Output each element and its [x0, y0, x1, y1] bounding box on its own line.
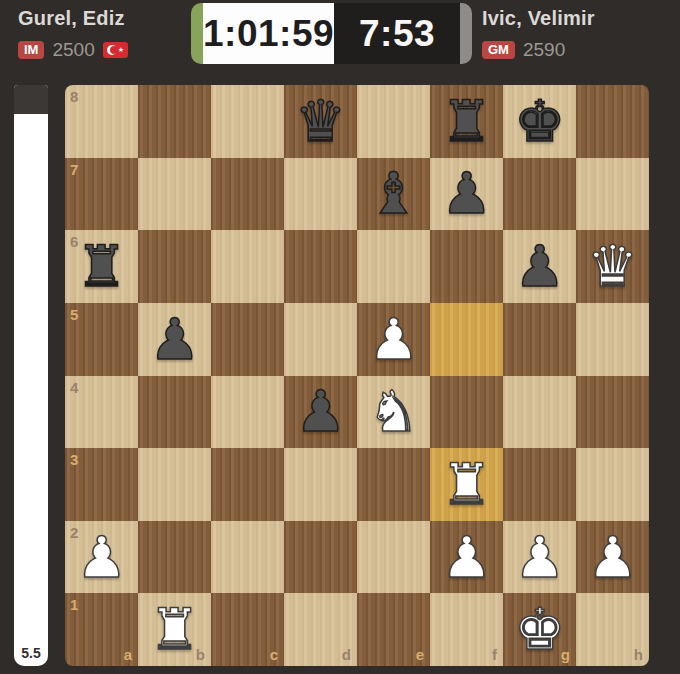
square-e5[interactable]: ♟ — [357, 303, 430, 376]
square-b5[interactable]: ♟ — [138, 303, 211, 376]
chess-board: 8♛♜♚7♝♟6♜♟♛5♟♟4♟♞3♜2♟♟♟♟1ab♜cdefg♚h — [65, 85, 649, 666]
file-label-c: c — [270, 647, 278, 662]
square-e4[interactable]: ♞ — [357, 376, 430, 449]
file-label-h: h — [634, 647, 643, 662]
square-f6[interactable] — [430, 230, 503, 303]
player-name-right: Ivic, Velimir — [482, 7, 598, 30]
black-bishop-e7[interactable]: ♝ — [357, 158, 430, 231]
flag-turkey-icon: ★ — [103, 42, 128, 58]
square-d4[interactable]: ♟ — [284, 376, 357, 449]
file-label-a: a — [124, 647, 132, 662]
file-label-d: d — [342, 647, 351, 662]
square-d2[interactable] — [284, 521, 357, 594]
square-c8[interactable] — [211, 85, 284, 158]
clock-right: 7:53 — [334, 3, 460, 64]
square-f8[interactable]: ♜ — [430, 85, 503, 158]
evaluation-black-share — [14, 85, 48, 114]
white-pawn-h2[interactable]: ♟ — [576, 521, 649, 594]
square-g4[interactable] — [503, 376, 576, 449]
square-d6[interactable] — [284, 230, 357, 303]
square-a3[interactable]: 3 — [65, 448, 138, 521]
square-c1[interactable]: c — [211, 593, 284, 666]
square-e6[interactable] — [357, 230, 430, 303]
white-pawn-g2[interactable]: ♟ — [503, 521, 576, 594]
black-rook-a6[interactable]: ♜ — [65, 230, 138, 303]
square-b4[interactable] — [138, 376, 211, 449]
flag-serbia-icon — [573, 42, 598, 58]
square-f5[interactable] — [430, 303, 503, 376]
square-a6[interactable]: 6♜ — [65, 230, 138, 303]
rank-label-4: 4 — [70, 380, 78, 395]
square-a2[interactable]: 2♟ — [65, 521, 138, 594]
rank-label-1: 1 — [70, 597, 78, 612]
title-badge-gm: GM — [482, 41, 515, 59]
player-info-left: Gurel, Ediz IM 2500 ★ — [18, 7, 128, 61]
square-a1[interactable]: 1a — [65, 593, 138, 666]
evaluation-value: 5.5 — [14, 645, 48, 661]
rating-left: 2500 — [52, 39, 94, 61]
square-d8[interactable]: ♛ — [284, 85, 357, 158]
square-h6[interactable]: ♛ — [576, 230, 649, 303]
square-f1[interactable]: f — [430, 593, 503, 666]
player-info-right: Ivic, Velimir GM 2590 — [482, 7, 598, 61]
square-c6[interactable] — [211, 230, 284, 303]
black-queen-d8[interactable]: ♛ — [284, 85, 357, 158]
square-h4[interactable] — [576, 376, 649, 449]
black-pawn-f7[interactable]: ♟ — [430, 158, 503, 231]
square-g5[interactable] — [503, 303, 576, 376]
square-f3[interactable]: ♜ — [430, 448, 503, 521]
inactive-clock-indicator — [460, 3, 472, 64]
white-rook-f3[interactable]: ♜ — [430, 448, 503, 521]
square-f7[interactable]: ♟ — [430, 158, 503, 231]
white-pawn-f2[interactable]: ♟ — [430, 521, 503, 594]
square-g1[interactable]: g♚ — [503, 593, 576, 666]
square-h3[interactable] — [576, 448, 649, 521]
black-rook-f8[interactable]: ♜ — [430, 85, 503, 158]
player-name-left: Gurel, Ediz — [18, 7, 128, 30]
black-king-g8[interactable]: ♚ — [503, 85, 576, 158]
rank-label-7: 7 — [70, 162, 78, 177]
square-e2[interactable] — [357, 521, 430, 594]
square-d3[interactable] — [284, 448, 357, 521]
rank-label-5: 5 — [70, 307, 78, 322]
square-b7[interactable] — [138, 158, 211, 231]
file-label-f: f — [492, 647, 497, 662]
rank-label-8: 8 — [70, 89, 78, 104]
square-d7[interactable] — [284, 158, 357, 231]
square-e8[interactable] — [357, 85, 430, 158]
square-c7[interactable] — [211, 158, 284, 231]
clock-panel: 1:01:59 7:53 — [191, 3, 472, 64]
white-pawn-a2[interactable]: ♟ — [65, 521, 138, 594]
square-b6[interactable] — [138, 230, 211, 303]
white-queen-h6[interactable]: ♛ — [576, 230, 649, 303]
title-badge-im: IM — [18, 41, 44, 59]
white-king-g1[interactable]: ♚ — [503, 593, 576, 666]
square-c4[interactable] — [211, 376, 284, 449]
square-a5[interactable]: 5 — [65, 303, 138, 376]
file-label-e: e — [416, 647, 424, 662]
square-a4[interactable]: 4 — [65, 376, 138, 449]
black-pawn-b5[interactable]: ♟ — [138, 303, 211, 376]
evaluation-bar: 5.5 — [14, 85, 48, 666]
square-c2[interactable] — [211, 521, 284, 594]
white-pawn-e5[interactable]: ♟ — [357, 303, 430, 376]
square-h8[interactable] — [576, 85, 649, 158]
square-h5[interactable] — [576, 303, 649, 376]
square-a7[interactable]: 7 — [65, 158, 138, 231]
square-e1[interactable]: e — [357, 593, 430, 666]
square-b3[interactable] — [138, 448, 211, 521]
square-b2[interactable] — [138, 521, 211, 594]
rating-right: 2590 — [523, 39, 565, 61]
square-c5[interactable] — [211, 303, 284, 376]
square-d1[interactable]: d — [284, 593, 357, 666]
white-rook-b1[interactable]: ♜ — [138, 593, 211, 666]
square-c3[interactable] — [211, 448, 284, 521]
square-h7[interactable] — [576, 158, 649, 231]
square-a8[interactable]: 8 — [65, 85, 138, 158]
square-g7[interactable] — [503, 158, 576, 231]
white-knight-e4[interactable]: ♞ — [357, 376, 430, 449]
square-g3[interactable] — [503, 448, 576, 521]
clock-left: 1:01:59 — [203, 3, 334, 64]
square-g6[interactable]: ♟ — [503, 230, 576, 303]
square-h1[interactable]: h — [576, 593, 649, 666]
square-g8[interactable]: ♚ — [503, 85, 576, 158]
square-e7[interactable]: ♝ — [357, 158, 430, 231]
square-b8[interactable] — [138, 85, 211, 158]
rank-label-3: 3 — [70, 452, 78, 467]
square-f4[interactable] — [430, 376, 503, 449]
black-pawn-g6[interactable]: ♟ — [503, 230, 576, 303]
square-g2[interactable]: ♟ — [503, 521, 576, 594]
square-f2[interactable]: ♟ — [430, 521, 503, 594]
square-h2[interactable]: ♟ — [576, 521, 649, 594]
black-pawn-d4[interactable]: ♟ — [284, 376, 357, 449]
square-d5[interactable] — [284, 303, 357, 376]
square-b1[interactable]: b♜ — [138, 593, 211, 666]
square-e3[interactable] — [357, 448, 430, 521]
active-clock-indicator — [191, 3, 203, 64]
